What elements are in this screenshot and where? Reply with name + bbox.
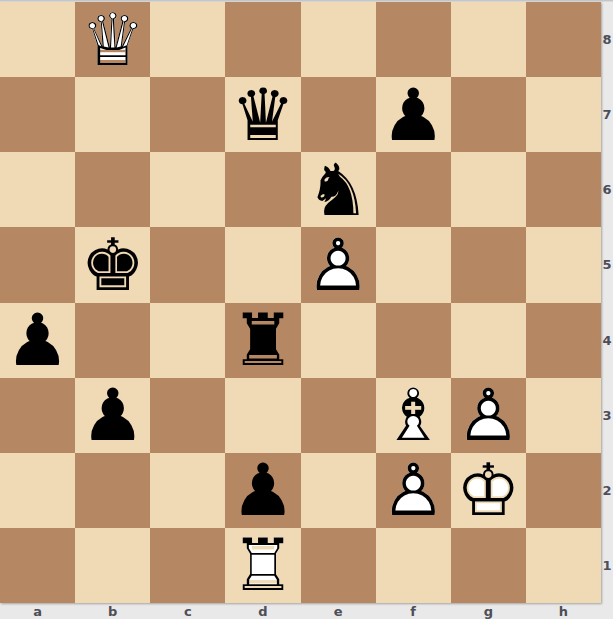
white-pawn[interactable]: ♟♙ [301, 227, 376, 302]
piece-outline: ♔ [451, 453, 526, 528]
piece-outline: ♗ [376, 378, 451, 453]
square-g2[interactable]: ♚♔ [451, 453, 526, 528]
square-f8[interactable] [376, 2, 451, 77]
file-label-a: a [0, 603, 75, 619]
piece-outline: ♖ [225, 528, 300, 603]
white-pawn[interactable]: ♟♙ [451, 378, 526, 453]
file-label-g: g [451, 603, 526, 619]
square-f4[interactable] [376, 303, 451, 378]
file-label-c: c [150, 603, 225, 619]
square-h8[interactable] [526, 2, 601, 77]
square-b1[interactable] [75, 528, 150, 603]
rank-label-2: 2 [601, 453, 613, 528]
black-pawn[interactable]: ♟ [0, 303, 75, 378]
square-d1[interactable]: ♜♖ [225, 528, 300, 603]
square-a3[interactable] [0, 378, 75, 453]
square-a6[interactable] [0, 152, 75, 227]
white-queen[interactable]: ♛♕ [75, 2, 150, 77]
file-label-f: f [376, 603, 451, 619]
square-f1[interactable] [376, 528, 451, 603]
piece-outline: ♙ [376, 453, 451, 528]
piece-outline: ♙ [451, 378, 526, 453]
chess-board: ♛♕♛♟♞♚♟♙♟♜♟♝♗♟♙♟♟♙♚♔♜♖ [0, 2, 601, 603]
square-f6[interactable] [376, 152, 451, 227]
square-b7[interactable] [75, 77, 150, 152]
square-g3[interactable]: ♟♙ [451, 378, 526, 453]
square-d6[interactable] [225, 152, 300, 227]
black-queen[interactable]: ♛ [225, 77, 300, 152]
square-a2[interactable] [0, 453, 75, 528]
file-label-e: e [301, 603, 376, 619]
square-c4[interactable] [150, 303, 225, 378]
square-f2[interactable]: ♟♙ [376, 453, 451, 528]
square-g5[interactable] [451, 227, 526, 302]
square-d3[interactable] [225, 378, 300, 453]
square-a7[interactable] [0, 77, 75, 152]
square-e5[interactable]: ♟♙ [301, 227, 376, 302]
square-g6[interactable] [451, 152, 526, 227]
square-d7[interactable]: ♛ [225, 77, 300, 152]
square-h6[interactable] [526, 152, 601, 227]
square-a8[interactable] [0, 2, 75, 77]
square-b5[interactable]: ♚ [75, 227, 150, 302]
square-f5[interactable] [376, 227, 451, 302]
square-d8[interactable] [225, 2, 300, 77]
square-c2[interactable] [150, 453, 225, 528]
square-h5[interactable] [526, 227, 601, 302]
square-c6[interactable] [150, 152, 225, 227]
square-e7[interactable] [301, 77, 376, 152]
square-e4[interactable] [301, 303, 376, 378]
square-b2[interactable] [75, 453, 150, 528]
square-e8[interactable] [301, 2, 376, 77]
file-label-b: b [75, 603, 150, 619]
square-a1[interactable] [0, 528, 75, 603]
black-rook[interactable]: ♜ [225, 303, 300, 378]
rank-label-7: 7 [601, 77, 613, 152]
square-f7[interactable]: ♟ [376, 77, 451, 152]
rank-label-5: 5 [601, 227, 613, 302]
square-e3[interactable] [301, 378, 376, 453]
black-pawn[interactable]: ♟ [376, 77, 451, 152]
file-label-d: d [225, 603, 300, 619]
square-e2[interactable] [301, 453, 376, 528]
rank-label-3: 3 [601, 378, 613, 453]
square-a5[interactable] [0, 227, 75, 302]
rank-labels: 8 7 6 5 4 3 2 1 [601, 2, 613, 603]
black-king[interactable]: ♚ [75, 227, 150, 302]
square-e6[interactable]: ♞ [301, 152, 376, 227]
white-rook[interactable]: ♜♖ [225, 528, 300, 603]
square-f3[interactable]: ♝♗ [376, 378, 451, 453]
piece-outline: ♙ [301, 227, 376, 302]
square-h3[interactable] [526, 378, 601, 453]
file-label-h: h [526, 603, 601, 619]
square-e1[interactable] [301, 528, 376, 603]
square-h7[interactable] [526, 77, 601, 152]
square-h4[interactable] [526, 303, 601, 378]
file-labels: a b c d e f g h [0, 603, 601, 619]
square-g4[interactable] [451, 303, 526, 378]
square-b3[interactable]: ♟ [75, 378, 150, 453]
square-g7[interactable] [451, 77, 526, 152]
square-c8[interactable] [150, 2, 225, 77]
rank-label-8: 8 [601, 2, 613, 77]
piece-outline: ♕ [75, 2, 150, 77]
square-h2[interactable] [526, 453, 601, 528]
rank-label-1: 1 [601, 528, 613, 603]
white-king[interactable]: ♚♔ [451, 453, 526, 528]
square-c5[interactable] [150, 227, 225, 302]
rank-label-6: 6 [601, 152, 613, 227]
square-g1[interactable] [451, 528, 526, 603]
square-d4[interactable]: ♜ [225, 303, 300, 378]
square-b4[interactable] [75, 303, 150, 378]
black-knight[interactable]: ♞ [301, 152, 376, 227]
square-c1[interactable] [150, 528, 225, 603]
square-a4[interactable]: ♟ [0, 303, 75, 378]
white-pawn[interactable]: ♟♙ [376, 453, 451, 528]
white-bishop[interactable]: ♝♗ [376, 378, 451, 453]
square-d2[interactable]: ♟ [225, 453, 300, 528]
square-b6[interactable] [75, 152, 150, 227]
black-pawn[interactable]: ♟ [75, 378, 150, 453]
square-d5[interactable] [225, 227, 300, 302]
square-c3[interactable] [150, 378, 225, 453]
black-pawn[interactable]: ♟ [225, 453, 300, 528]
rank-label-4: 4 [601, 303, 613, 378]
square-h1[interactable] [526, 528, 601, 603]
square-b8[interactable]: ♛♕ [75, 2, 150, 77]
square-g8[interactable] [451, 2, 526, 77]
square-c7[interactable] [150, 77, 225, 152]
